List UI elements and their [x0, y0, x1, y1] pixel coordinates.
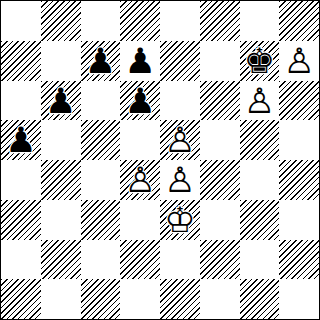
- piece-outline-layer: ♙: [240, 81, 280, 121]
- square-a6[interactable]: [1, 81, 41, 121]
- square-d5[interactable]: [120, 120, 160, 160]
- square-d2[interactable]: [120, 240, 160, 280]
- piece-outline-layer: ♟: [41, 81, 81, 121]
- chess-board: ♟♟♟♟♚♚♟♙♟♟♟♟♟♙♟♟♟♙♟♙♟♙♚♔: [0, 0, 320, 320]
- square-e3[interactable]: ♚♔: [160, 200, 200, 240]
- square-g7[interactable]: ♚♚: [240, 41, 280, 81]
- square-f4[interactable]: [200, 160, 240, 200]
- square-a2[interactable]: [1, 240, 41, 280]
- white-pawn[interactable]: ♟♙: [160, 160, 200, 200]
- square-g4[interactable]: [240, 160, 280, 200]
- square-f6[interactable]: [200, 81, 240, 121]
- square-g3[interactable]: [240, 200, 280, 240]
- square-a7[interactable]: [1, 41, 41, 81]
- square-e5[interactable]: ♟♙: [160, 120, 200, 160]
- square-f8[interactable]: [200, 1, 240, 41]
- piece-outline-layer: ♙: [160, 160, 200, 200]
- black-pawn[interactable]: ♟♟: [81, 41, 121, 81]
- square-f5[interactable]: [200, 120, 240, 160]
- square-d4[interactable]: ♟♙: [120, 160, 160, 200]
- square-h7[interactable]: ♟♙: [279, 41, 319, 81]
- square-d6[interactable]: ♟♟: [120, 81, 160, 121]
- square-e8[interactable]: [160, 1, 200, 41]
- square-h6[interactable]: [279, 81, 319, 121]
- square-e1[interactable]: [160, 279, 200, 319]
- square-c6[interactable]: [81, 81, 121, 121]
- square-a8[interactable]: [1, 1, 41, 41]
- square-c7[interactable]: ♟♟: [81, 41, 121, 81]
- black-king[interactable]: ♚♚: [240, 41, 280, 81]
- square-h2[interactable]: [279, 240, 319, 280]
- square-e7[interactable]: [160, 41, 200, 81]
- white-pawn[interactable]: ♟♙: [160, 120, 200, 160]
- square-h5[interactable]: [279, 120, 319, 160]
- piece-outline-layer: ♔: [160, 200, 200, 240]
- piece-outline-layer: ♟: [120, 41, 160, 81]
- square-b3[interactable]: [41, 200, 81, 240]
- square-c5[interactable]: [81, 120, 121, 160]
- square-h3[interactable]: [279, 200, 319, 240]
- square-a3[interactable]: [1, 200, 41, 240]
- square-g2[interactable]: [240, 240, 280, 280]
- square-a1[interactable]: [1, 279, 41, 319]
- square-c8[interactable]: [81, 1, 121, 41]
- piece-outline-layer: ♟: [120, 81, 160, 121]
- square-a5[interactable]: ♟♟: [1, 120, 41, 160]
- piece-outline-layer: ♟: [81, 41, 121, 81]
- square-c1[interactable]: [81, 279, 121, 319]
- square-f1[interactable]: [200, 279, 240, 319]
- square-g5[interactable]: [240, 120, 280, 160]
- square-d3[interactable]: [120, 200, 160, 240]
- square-b6[interactable]: ♟♟: [41, 81, 81, 121]
- white-pawn[interactable]: ♟♙: [120, 160, 160, 200]
- square-e6[interactable]: [160, 81, 200, 121]
- piece-outline-layer: ♙: [120, 160, 160, 200]
- square-c3[interactable]: [81, 200, 121, 240]
- square-b7[interactable]: [41, 41, 81, 81]
- piece-outline-layer: ♙: [279, 41, 319, 81]
- black-pawn[interactable]: ♟♟: [120, 41, 160, 81]
- black-pawn[interactable]: ♟♟: [1, 120, 41, 160]
- square-b5[interactable]: [41, 120, 81, 160]
- square-b4[interactable]: [41, 160, 81, 200]
- square-f3[interactable]: [200, 200, 240, 240]
- black-pawn[interactable]: ♟♟: [41, 81, 81, 121]
- square-b1[interactable]: [41, 279, 81, 319]
- black-pawn[interactable]: ♟♟: [120, 81, 160, 121]
- piece-outline-layer: ♟: [1, 120, 41, 160]
- square-g1[interactable]: [240, 279, 280, 319]
- white-king[interactable]: ♚♔: [160, 200, 200, 240]
- square-d7[interactable]: ♟♟: [120, 41, 160, 81]
- square-h8[interactable]: [279, 1, 319, 41]
- square-f2[interactable]: [200, 240, 240, 280]
- square-b2[interactable]: [41, 240, 81, 280]
- piece-outline-layer: ♚: [240, 41, 280, 81]
- square-e4[interactable]: ♟♙: [160, 160, 200, 200]
- square-d8[interactable]: [120, 1, 160, 41]
- square-d1[interactable]: [120, 279, 160, 319]
- square-f7[interactable]: [200, 41, 240, 81]
- square-c2[interactable]: [81, 240, 121, 280]
- square-g8[interactable]: [240, 1, 280, 41]
- square-h1[interactable]: [279, 279, 319, 319]
- square-c4[interactable]: [81, 160, 121, 200]
- white-pawn[interactable]: ♟♙: [279, 41, 319, 81]
- square-a4[interactable]: [1, 160, 41, 200]
- square-h4[interactable]: [279, 160, 319, 200]
- square-b8[interactable]: [41, 1, 81, 41]
- white-pawn[interactable]: ♟♙: [240, 81, 280, 121]
- square-e2[interactable]: [160, 240, 200, 280]
- piece-outline-layer: ♙: [160, 120, 200, 160]
- square-g6[interactable]: ♟♙: [240, 81, 280, 121]
